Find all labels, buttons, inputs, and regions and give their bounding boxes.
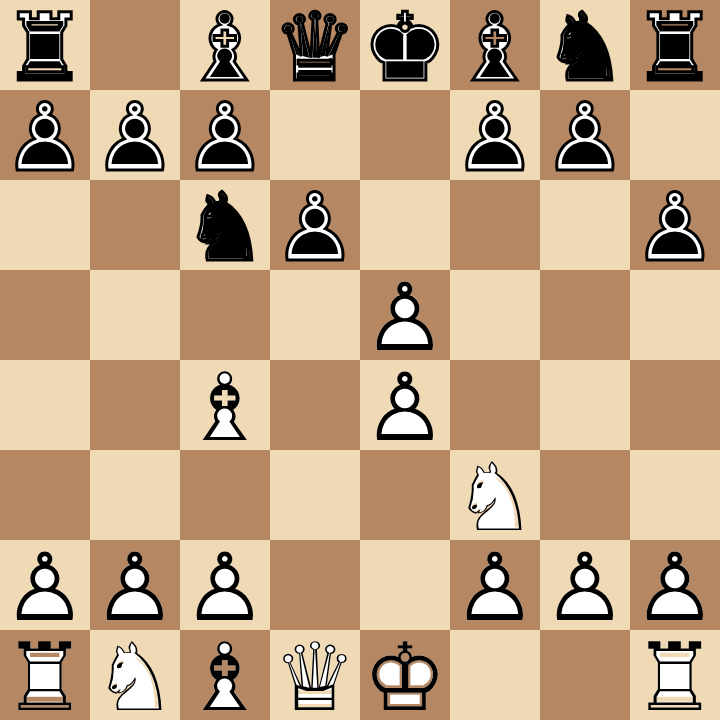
square-d1[interactable]: ♛♕: [270, 630, 360, 720]
page: { "game": "chess", "position": { "fen": …: [0, 0, 720, 720]
square-f8[interactable]: ♝♗♝: [450, 0, 540, 90]
black-pawn-silhouette: ♟: [630, 180, 720, 270]
black-rook-edge: ♜: [0, 0, 90, 90]
square-h6[interactable]: ♟♙♟: [630, 180, 720, 270]
square-d8[interactable]: ♛♕♛: [270, 0, 360, 90]
chess-board: ♜♖♜♝♗♝♛♕♛♚♔♚♝♗♝♞♘♞♜♖♜♟♙♟♟♙♟♟♙♟♟♙♟♟♙♟♞♘♞♟…: [0, 0, 720, 720]
black-rook-piece[interactable]: ♜♖♜: [0, 0, 90, 90]
square-c2[interactable]: ♟♙: [180, 540, 270, 630]
black-pawn-edge: ♟: [90, 90, 180, 180]
black-pawn-detail-lines: ♙: [450, 90, 540, 180]
black-pawn-detail-lines: ♙: [0, 90, 90, 180]
white-pawn-outline: ♙: [540, 540, 630, 630]
black-pawn-silhouette: ♟: [180, 90, 270, 180]
white-pawn-piece[interactable]: ♟♙: [0, 540, 90, 630]
white-knight-silhouette: ♞: [450, 450, 540, 540]
square-e8[interactable]: ♚♔♚: [360, 0, 450, 90]
square-a8[interactable]: ♜♖♜: [0, 0, 90, 90]
white-pawn-piece[interactable]: ♟♙: [360, 360, 450, 450]
black-pawn-edge: ♟: [450, 90, 540, 180]
black-rook-piece[interactable]: ♜♖♜: [630, 0, 720, 90]
white-pawn-piece[interactable]: ♟♙: [90, 540, 180, 630]
white-queen-outline: ♕: [270, 630, 360, 720]
black-pawn-piece[interactable]: ♟♙♟: [180, 90, 270, 180]
black-bishop-detail-lines: ♗: [180, 0, 270, 90]
white-rook-piece[interactable]: ♜♖: [0, 630, 90, 720]
white-rook-outline: ♖: [0, 630, 90, 720]
black-king-piece[interactable]: ♚♔♚: [360, 0, 450, 90]
black-pawn-silhouette: ♟: [540, 90, 630, 180]
square-b5[interactable]: [90, 270, 180, 360]
white-pawn-outline: ♙: [450, 540, 540, 630]
black-knight-piece[interactable]: ♞♘♞: [540, 0, 630, 90]
white-bishop-outline: ♗: [180, 630, 270, 720]
square-g3[interactable]: [540, 450, 630, 540]
square-c5[interactable]: [180, 270, 270, 360]
white-bishop-silhouette: ♝: [180, 360, 270, 450]
black-queen-detail-lines: ♕: [270, 0, 360, 90]
square-g1[interactable]: [540, 630, 630, 720]
black-pawn-detail-lines: ♙: [180, 90, 270, 180]
white-pawn-silhouette: ♟: [0, 540, 90, 630]
white-pawn-piece[interactable]: ♟♙: [630, 540, 720, 630]
black-knight-silhouette: ♞: [540, 0, 630, 90]
square-c7[interactable]: ♟♙♟: [180, 90, 270, 180]
square-g8[interactable]: ♞♘♞: [540, 0, 630, 90]
white-pawn-outline: ♙: [180, 540, 270, 630]
square-a6[interactable]: [0, 180, 90, 270]
black-bishop-edge: ♝: [180, 0, 270, 90]
square-a2[interactable]: ♟♙: [0, 540, 90, 630]
white-pawn-silhouette: ♟: [360, 270, 450, 360]
square-b6[interactable]: [90, 180, 180, 270]
square-b3[interactable]: [90, 450, 180, 540]
black-knight-detail-lines: ♘: [540, 0, 630, 90]
square-e6[interactable]: [360, 180, 450, 270]
black-pawn-piece[interactable]: ♟♙♟: [0, 90, 90, 180]
white-bishop-piece[interactable]: ♝♗: [180, 630, 270, 720]
white-rook-silhouette: ♜: [0, 630, 90, 720]
white-pawn-piece[interactable]: ♟♙: [450, 540, 540, 630]
square-b8[interactable]: [90, 0, 180, 90]
white-knight-silhouette: ♞: [90, 630, 180, 720]
white-pawn-silhouette: ♟: [360, 360, 450, 450]
black-king-detail-lines: ♔: [360, 0, 450, 90]
black-bishop-silhouette: ♝: [180, 0, 270, 90]
black-bishop-silhouette: ♝: [450, 0, 540, 90]
black-bishop-edge: ♝: [450, 0, 540, 90]
white-pawn-piece[interactable]: ♟♙: [180, 540, 270, 630]
white-knight-outline: ♘: [450, 450, 540, 540]
black-pawn-detail-lines: ♙: [90, 90, 180, 180]
white-queen-silhouette: ♛: [270, 630, 360, 720]
black-rook-silhouette: ♜: [0, 0, 90, 90]
black-pawn-silhouette: ♟: [90, 90, 180, 180]
black-pawn-piece[interactable]: ♟♙♟: [630, 180, 720, 270]
square-d4[interactable]: [270, 360, 360, 450]
square-f1[interactable]: [450, 630, 540, 720]
square-g7[interactable]: ♟♙♟: [540, 90, 630, 180]
black-king-edge: ♚: [360, 0, 450, 90]
square-d7[interactable]: [270, 90, 360, 180]
black-rook-detail-lines: ♖: [630, 0, 720, 90]
black-pawn-silhouette: ♟: [450, 90, 540, 180]
black-rook-edge: ♜: [630, 0, 720, 90]
black-knight-edge: ♞: [540, 0, 630, 90]
square-e5[interactable]: ♟♙: [360, 270, 450, 360]
square-h5[interactable]: [630, 270, 720, 360]
square-e4[interactable]: ♟♙: [360, 360, 450, 450]
square-d2[interactable]: [270, 540, 360, 630]
square-f3[interactable]: ♞♘: [450, 450, 540, 540]
square-e7[interactable]: [360, 90, 450, 180]
white-queen-piece[interactable]: ♛♕: [270, 630, 360, 720]
square-c8[interactable]: ♝♗♝: [180, 0, 270, 90]
black-pawn-piece[interactable]: ♟♙♟: [540, 90, 630, 180]
square-g5[interactable]: [540, 270, 630, 360]
square-a4[interactable]: [0, 360, 90, 450]
black-pawn-piece[interactable]: ♟♙♟: [270, 180, 360, 270]
black-pawn-piece[interactable]: ♟♙♟: [450, 90, 540, 180]
white-rook-silhouette: ♜: [630, 630, 720, 720]
square-f7[interactable]: ♟♙♟: [450, 90, 540, 180]
square-h4[interactable]: [630, 360, 720, 450]
black-rook-silhouette: ♜: [630, 0, 720, 90]
black-pawn-edge: ♟: [0, 90, 90, 180]
black-queen-silhouette: ♛: [270, 0, 360, 90]
square-e1[interactable]: ♚♔: [360, 630, 450, 720]
white-pawn-outline: ♙: [360, 360, 450, 450]
black-pawn-silhouette: ♟: [270, 180, 360, 270]
white-pawn-outline: ♙: [360, 270, 450, 360]
white-pawn-silhouette: ♟: [630, 540, 720, 630]
black-knight-edge: ♞: [180, 180, 270, 270]
square-f2[interactable]: ♟♙: [450, 540, 540, 630]
square-e2[interactable]: [360, 540, 450, 630]
white-pawn-outline: ♙: [90, 540, 180, 630]
square-a3[interactable]: [0, 450, 90, 540]
square-h8[interactable]: ♜♖♜: [630, 0, 720, 90]
white-bishop-silhouette: ♝: [180, 630, 270, 720]
square-f5[interactable]: [450, 270, 540, 360]
white-pawn-silhouette: ♟: [540, 540, 630, 630]
square-a5[interactable]: [0, 270, 90, 360]
square-g2[interactable]: ♟♙: [540, 540, 630, 630]
black-pawn-piece[interactable]: ♟♙♟: [90, 90, 180, 180]
black-king-silhouette: ♚: [360, 0, 450, 90]
square-d5[interactable]: [270, 270, 360, 360]
black-queen-edge: ♛: [270, 0, 360, 90]
square-a1[interactable]: ♜♖: [0, 630, 90, 720]
square-c4[interactable]: ♝♗: [180, 360, 270, 450]
square-f6[interactable]: [450, 180, 540, 270]
square-c1[interactable]: ♝♗: [180, 630, 270, 720]
white-pawn-outline: ♙: [0, 540, 90, 630]
square-g4[interactable]: [540, 360, 630, 450]
white-king-outline: ♔: [360, 630, 450, 720]
white-knight-piece[interactable]: ♞♘: [90, 630, 180, 720]
square-f4[interactable]: [450, 360, 540, 450]
white-pawn-outline: ♙: [630, 540, 720, 630]
square-h3[interactable]: [630, 450, 720, 540]
white-pawn-piece[interactable]: ♟♙: [540, 540, 630, 630]
square-b7[interactable]: ♟♙♟: [90, 90, 180, 180]
square-h2[interactable]: ♟♙: [630, 540, 720, 630]
square-e3[interactable]: [360, 450, 450, 540]
white-king-piece[interactable]: ♚♔: [360, 630, 450, 720]
black-pawn-detail-lines: ♙: [270, 180, 360, 270]
black-bishop-detail-lines: ♗: [450, 0, 540, 90]
black-pawn-detail-lines: ♙: [540, 90, 630, 180]
white-pawn-piece[interactable]: ♟♙: [360, 270, 450, 360]
square-b4[interactable]: [90, 360, 180, 450]
square-d6[interactable]: ♟♙♟: [270, 180, 360, 270]
white-pawn-silhouette: ♟: [180, 540, 270, 630]
black-knight-detail-lines: ♘: [180, 180, 270, 270]
black-pawn-edge: ♟: [630, 180, 720, 270]
black-bishop-piece[interactable]: ♝♗♝: [450, 0, 540, 90]
white-bishop-piece[interactable]: ♝♗: [180, 360, 270, 450]
black-pawn-edge: ♟: [270, 180, 360, 270]
square-h1[interactable]: ♜♖: [630, 630, 720, 720]
white-pawn-silhouette: ♟: [90, 540, 180, 630]
black-pawn-silhouette: ♟: [0, 90, 90, 180]
white-king-silhouette: ♚: [360, 630, 450, 720]
black-knight-piece[interactable]: ♞♘♞: [180, 180, 270, 270]
white-pawn-silhouette: ♟: [450, 540, 540, 630]
black-pawn-detail-lines: ♙: [630, 180, 720, 270]
black-knight-silhouette: ♞: [180, 180, 270, 270]
square-b1[interactable]: ♞♘: [90, 630, 180, 720]
black-pawn-edge: ♟: [180, 90, 270, 180]
white-bishop-outline: ♗: [180, 360, 270, 450]
black-pawn-edge: ♟: [540, 90, 630, 180]
square-c6[interactable]: ♞♘♞: [180, 180, 270, 270]
white-knight-piece[interactable]: ♞♘: [450, 450, 540, 540]
square-h7[interactable]: [630, 90, 720, 180]
black-queen-piece[interactable]: ♛♕♛: [270, 0, 360, 90]
square-a7[interactable]: ♟♙♟: [0, 90, 90, 180]
square-c3[interactable]: [180, 450, 270, 540]
square-g6[interactable]: [540, 180, 630, 270]
square-b2[interactable]: ♟♙: [90, 540, 180, 630]
white-rook-outline: ♖: [630, 630, 720, 720]
white-rook-piece[interactable]: ♜♖: [630, 630, 720, 720]
square-d3[interactable]: [270, 450, 360, 540]
black-bishop-piece[interactable]: ♝♗♝: [180, 0, 270, 90]
black-rook-detail-lines: ♖: [0, 0, 90, 90]
white-knight-outline: ♘: [90, 630, 180, 720]
